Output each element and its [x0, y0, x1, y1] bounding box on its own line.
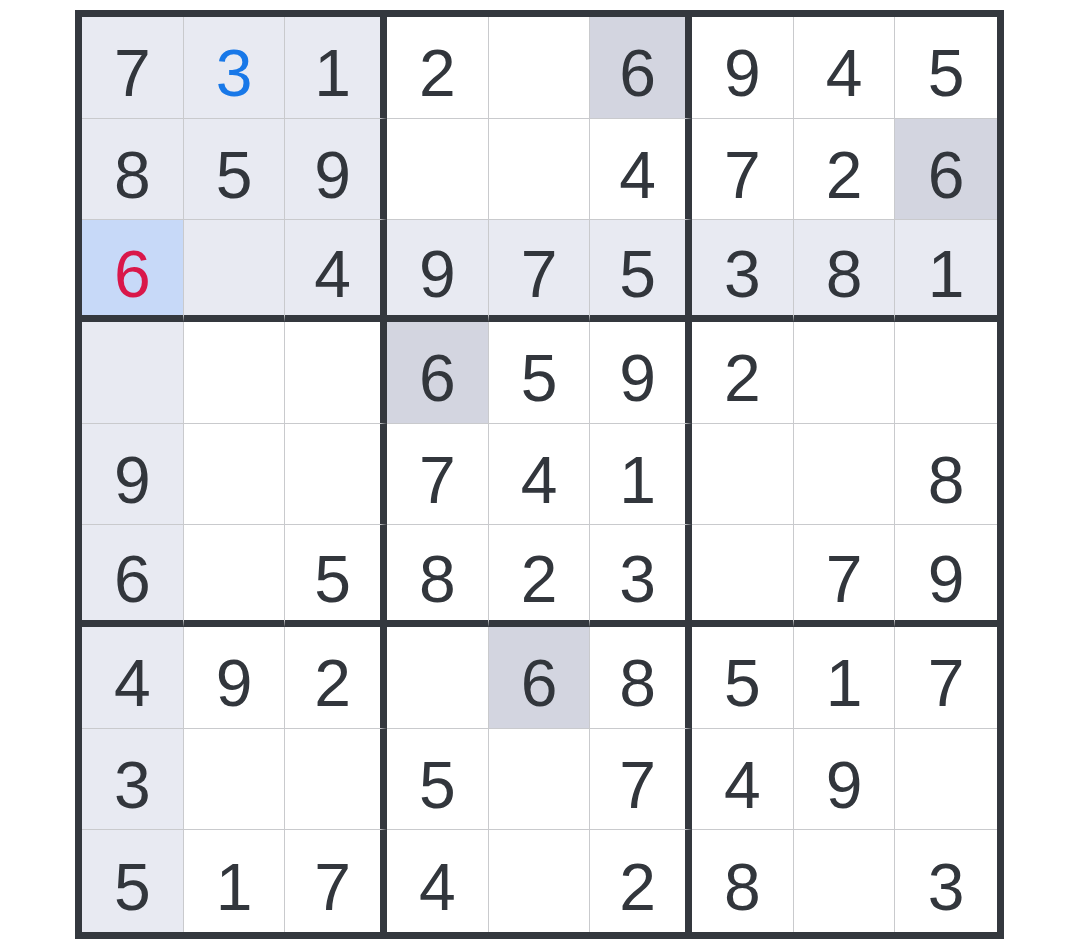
cell-r4c2[interactable]	[184, 322, 286, 424]
cell-r8c3[interactable]	[285, 729, 387, 831]
cell-r6c6[interactable]: 3	[590, 525, 692, 627]
cell-r7c4[interactable]	[387, 627, 489, 729]
cell-r2c8[interactable]: 2	[794, 119, 896, 221]
cell-r8c6[interactable]: 7	[590, 729, 692, 831]
cell-r8c8[interactable]: 9	[794, 729, 896, 831]
cell-r3c3[interactable]: 4	[285, 220, 387, 322]
cell-r6c4[interactable]: 8	[387, 525, 489, 627]
cell-r6c8[interactable]: 7	[794, 525, 896, 627]
cell-r4c8[interactable]	[794, 322, 896, 424]
cell-r6c2[interactable]	[184, 525, 286, 627]
cell-r1c6[interactable]: 6	[590, 17, 692, 119]
cell-r2c3[interactable]: 9	[285, 119, 387, 221]
cell-r5c3[interactable]	[285, 424, 387, 526]
cell-r4c6[interactable]: 9	[590, 322, 692, 424]
cell-r3c7[interactable]: 3	[692, 220, 794, 322]
cell-r7c3[interactable]: 2	[285, 627, 387, 729]
cell-r5c2[interactable]	[184, 424, 286, 526]
cell-r4c5[interactable]: 5	[489, 322, 591, 424]
cell-r9c9[interactable]: 3	[895, 830, 997, 932]
cell-r6c7[interactable]	[692, 525, 794, 627]
cell-r4c3[interactable]	[285, 322, 387, 424]
sudoku-board: 7312694585947266497538165929741865823794…	[75, 10, 1004, 939]
cell-r9c2[interactable]: 1	[184, 830, 286, 932]
cell-r2c6[interactable]: 4	[590, 119, 692, 221]
cell-r8c1[interactable]: 3	[82, 729, 184, 831]
cell-r3c1[interactable]: 6	[82, 220, 184, 322]
cell-r9c3[interactable]: 7	[285, 830, 387, 932]
cell-r3c5[interactable]: 7	[489, 220, 591, 322]
cell-r1c1[interactable]: 7	[82, 17, 184, 119]
cell-r4c9[interactable]	[895, 322, 997, 424]
cell-r8c4[interactable]: 5	[387, 729, 489, 831]
cell-r5c7[interactable]	[692, 424, 794, 526]
cell-r8c5[interactable]	[489, 729, 591, 831]
cell-r5c5[interactable]: 4	[489, 424, 591, 526]
cell-r1c4[interactable]: 2	[387, 17, 489, 119]
cell-r9c5[interactable]	[489, 830, 591, 932]
cell-r2c7[interactable]: 7	[692, 119, 794, 221]
cell-r9c4[interactable]: 4	[387, 830, 489, 932]
cell-r9c1[interactable]: 5	[82, 830, 184, 932]
cell-r2c9[interactable]: 6	[895, 119, 997, 221]
cell-r4c7[interactable]: 2	[692, 322, 794, 424]
cell-r8c2[interactable]	[184, 729, 286, 831]
cell-r7c1[interactable]: 4	[82, 627, 184, 729]
cell-r1c5[interactable]	[489, 17, 591, 119]
cell-r1c9[interactable]: 5	[895, 17, 997, 119]
cell-r9c8[interactable]	[794, 830, 896, 932]
cell-r7c5[interactable]: 6	[489, 627, 591, 729]
cell-r1c3[interactable]: 1	[285, 17, 387, 119]
cell-r3c4[interactable]: 9	[387, 220, 489, 322]
cell-r6c1[interactable]: 6	[82, 525, 184, 627]
cell-r6c3[interactable]: 5	[285, 525, 387, 627]
cell-r2c4[interactable]	[387, 119, 489, 221]
sudoku-screen: 7312694585947266497538165929741865823794…	[0, 0, 1080, 942]
cell-r5c9[interactable]: 8	[895, 424, 997, 526]
cell-r7c9[interactable]: 7	[895, 627, 997, 729]
cell-r7c2[interactable]: 9	[184, 627, 286, 729]
cell-r5c1[interactable]: 9	[82, 424, 184, 526]
cell-r9c6[interactable]: 2	[590, 830, 692, 932]
cell-r5c6[interactable]: 1	[590, 424, 692, 526]
cell-r2c5[interactable]	[489, 119, 591, 221]
cell-r3c8[interactable]: 8	[794, 220, 896, 322]
cell-r3c2[interactable]	[184, 220, 286, 322]
cell-r5c8[interactable]	[794, 424, 896, 526]
cell-r3c9[interactable]: 1	[895, 220, 997, 322]
cell-r5c4[interactable]: 7	[387, 424, 489, 526]
cell-r8c9[interactable]	[895, 729, 997, 831]
cell-r1c7[interactable]: 9	[692, 17, 794, 119]
cell-r2c1[interactable]: 8	[82, 119, 184, 221]
cell-r1c8[interactable]: 4	[794, 17, 896, 119]
cell-r6c5[interactable]: 2	[489, 525, 591, 627]
cell-r9c7[interactable]: 8	[692, 830, 794, 932]
cell-r7c6[interactable]: 8	[590, 627, 692, 729]
cell-r7c7[interactable]: 5	[692, 627, 794, 729]
cell-r4c1[interactable]	[82, 322, 184, 424]
cell-r7c8[interactable]: 1	[794, 627, 896, 729]
cell-r2c2[interactable]: 5	[184, 119, 286, 221]
cell-r4c4[interactable]: 6	[387, 322, 489, 424]
cell-r1c2[interactable]: 3	[184, 17, 286, 119]
cell-r6c9[interactable]: 9	[895, 525, 997, 627]
cell-r3c6[interactable]: 5	[590, 220, 692, 322]
cell-r8c7[interactable]: 4	[692, 729, 794, 831]
